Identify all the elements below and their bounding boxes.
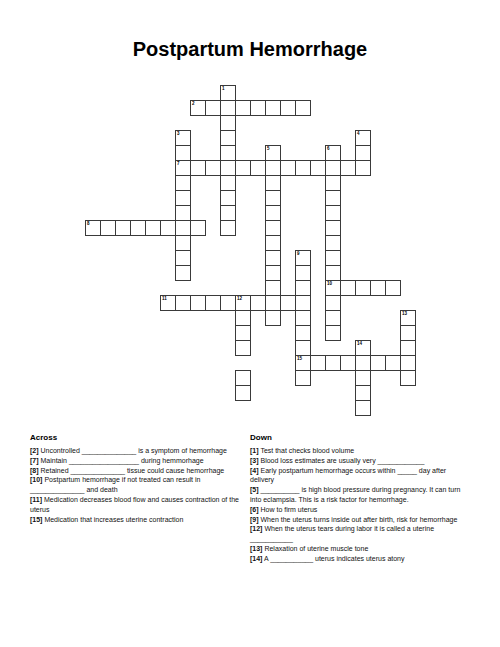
grid-cell-r5c15[interactable] [310,160,326,176]
grid-cell-r14c11[interactable] [250,295,266,311]
down-clue-number-label: [13] [250,545,262,552]
grid-cell-r5c6[interactable]: 7 [175,160,191,176]
grid-cell-r9c9[interactable] [220,220,236,236]
across-clue-7: [7] Maintain __________________ during h… [30,456,249,466]
clue-number-13: 13 [402,311,407,317]
down-clue-number-label: [4] [250,467,259,474]
grid-cell-r9c3[interactable] [130,220,146,236]
grid-cell-r4c9[interactable] [220,145,236,161]
grid-cell-r1c8[interactable] [205,100,221,116]
grid-cell-r9c2[interactable] [115,220,131,236]
grid-cell-r6c12[interactable] [265,175,281,191]
clue-number-3: 3 [177,131,180,137]
down-clue-9: [9] When the uterus turns inside out aft… [250,515,472,525]
grid-cell-r12c6[interactable] [175,265,191,281]
grid-cell-r6c16[interactable] [325,175,341,191]
grid-cell-r6c6[interactable] [175,175,191,191]
clue-number-5: 5 [267,146,270,152]
grid-cell-r20c10[interactable] [235,385,251,401]
down-header: Down [250,433,472,442]
grid-cell-r12c12[interactable] [265,265,281,281]
down-clue-number-label: [14] [250,555,262,562]
grid-cell-r13c14[interactable] [295,280,311,296]
grid-cell-r1c11[interactable] [250,100,266,116]
grid-cell-r18c17[interactable] [340,355,356,371]
across-clues-section: Across [2] Uncontrolled ______________ i… [30,433,249,524]
grid-cell-r17c14[interactable] [295,340,311,356]
grid-cell-r14c9[interactable] [220,295,236,311]
grid-cell-r9c16[interactable] [325,220,341,236]
grid-cell-r10c16[interactable] [325,235,341,251]
grid-cell-r17c18[interactable]: 14 [355,340,371,356]
grid-cell-r18c21[interactable] [400,355,416,371]
grid-cell-r10c6[interactable] [175,235,191,251]
grid-cell-r5c11[interactable] [250,160,266,176]
grid-cell-r9c0[interactable]: 8 [85,220,101,236]
clue-number-14: 14 [357,341,362,347]
across-clue-8: [8] Retained ______________ tissue could… [30,466,249,476]
grid-cell-r9c12[interactable] [265,220,281,236]
grid-cell-r9c1[interactable] [100,220,116,236]
grid-cell-r4c12[interactable]: 5 [265,145,281,161]
grid-cell-r13c17[interactable] [340,280,356,296]
grid-cell-r15c21[interactable]: 13 [400,310,416,326]
grid-cell-r7c9[interactable] [220,190,236,206]
grid-cell-r5c12[interactable] [265,160,281,176]
clue-number-2: 2 [192,101,195,107]
across-clue-10: [10] Postpartum hemorrhage if not treate… [30,475,249,495]
grid-cell-r8c9[interactable] [220,205,236,221]
down-clue-5: [5] __________ is high blood pressure du… [250,485,472,505]
grid-cell-r15c10[interactable] [235,310,251,326]
grid-cell-r5c10[interactable] [235,160,251,176]
grid-cell-r7c6[interactable] [175,190,191,206]
grid-cell-r14c12[interactable] [265,295,281,311]
grid-cell-r18c18[interactable] [355,355,371,371]
grid-cell-r5c13[interactable] [280,160,296,176]
down-clue-6: [6] How to firm uterus [250,505,472,515]
across-clue-number-label: [10] [30,476,42,483]
grid-cell-r5c9[interactable] [220,160,236,176]
down-clue-number-label: [3] [250,457,259,464]
clue-number-8: 8 [87,221,90,227]
grid-cell-r17c10[interactable] [235,340,251,356]
grid-cell-r3c6[interactable]: 3 [175,130,191,146]
grid-cell-r3c18[interactable]: 4 [355,130,371,146]
crossword-grid[interactable]: 123456789101112131415 [85,85,417,417]
clue-number-6: 6 [327,146,330,152]
grid-cell-r18c16[interactable] [325,355,341,371]
clue-number-11: 11 [162,296,167,302]
grid-cell-r11c12[interactable] [265,250,281,266]
grid-cell-r14c16[interactable] [325,295,341,311]
across-clue-list: [2] Uncontrolled ______________ is a sym… [30,446,249,524]
clue-number-7: 7 [177,161,180,167]
grid-cell-r1c12[interactable] [265,100,281,116]
grid-cell-r18c14[interactable]: 15 [295,355,311,371]
puzzle-title: Postpartum Hemorrhage [0,38,500,61]
grid-cell-r10c12[interactable] [265,235,281,251]
grid-cell-r15c12[interactable] [265,310,281,326]
grid-cell-r3c9[interactable] [220,130,236,146]
down-clue-3: [3] Blood loss estimates are usually ver… [250,456,472,466]
grid-cell-r18c20[interactable] [385,355,401,371]
grid-cell-r5c16[interactable] [325,160,341,176]
down-clue-1: [1] Test that checks blood volume [250,446,472,456]
grid-cell-r17c21[interactable] [400,340,416,356]
across-clue-number-label: [7] [30,457,39,464]
grid-cell-r11c6[interactable] [175,250,191,266]
clue-number-9: 9 [297,251,300,257]
across-clue-15: [15] Medication that increases uterine c… [30,515,249,525]
down-clue-list: [1] Test that checks blood volume[3] Blo… [250,446,472,564]
grid-cell-r9c5[interactable] [160,220,176,236]
grid-cell-r13c12[interactable] [265,280,281,296]
grid-cell-r1c9[interactable] [220,100,236,116]
grid-cell-r0c9[interactable]: 1 [220,85,236,101]
grid-cell-r1c7[interactable]: 2 [190,100,206,116]
grid-cell-r18c15[interactable] [310,355,326,371]
grid-cell-r13c16[interactable]: 10 [325,280,341,296]
clue-number-15: 15 [297,356,302,362]
down-clue-13: [13] Relaxation of uterine muscle tone [250,544,472,554]
grid-cell-r1c14[interactable] [295,100,311,116]
down-clue-4: [4] Early postpartum hemorrhage occurs w… [250,466,472,486]
grid-cell-r5c17[interactable] [340,160,356,176]
grid-cell-r14c8[interactable] [205,295,221,311]
across-clue-number-label: [15] [30,516,42,523]
grid-cell-r4c16[interactable]: 6 [325,145,341,161]
grid-cell-r9c7[interactable] [190,220,206,236]
grid-cell-r13c19[interactable] [370,280,386,296]
grid-cell-r16c16[interactable] [325,325,341,341]
grid-cell-r5c8[interactable] [205,160,221,176]
grid-cell-r14c6[interactable] [175,295,191,311]
down-clue-number-label: [9] [250,516,259,523]
grid-cell-r12c14[interactable] [295,265,311,281]
grid-cell-r1c13[interactable] [280,100,296,116]
crossword-worksheet: Postpartum Hemorrhage 123456789101112131… [0,0,500,647]
grid-cell-r16c21[interactable] [400,325,416,341]
grid-cell-r19c21[interactable] [400,370,416,386]
grid-cell-r7c16[interactable] [325,190,341,206]
clue-number-4: 4 [357,131,360,137]
grid-cell-r4c18[interactable] [355,145,371,161]
grid-cell-r15c16[interactable] [325,310,341,326]
clue-number-1: 1 [222,86,225,92]
grid-cell-r14c7[interactable] [190,295,206,311]
across-clue-2: [2] Uncontrolled ______________ is a sym… [30,446,249,456]
grid-cell-r13c20[interactable] [385,280,401,296]
grid-cell-r4c6[interactable] [175,145,191,161]
grid-cell-r1c10[interactable] [235,100,251,116]
grid-cell-r5c7[interactable] [190,160,206,176]
grid-cell-r11c16[interactable] [325,250,341,266]
grid-cell-r16c14[interactable] [295,325,311,341]
clue-number-12: 12 [237,296,242,302]
across-header: Across [30,433,249,442]
across-clue-number-label: [8] [30,467,39,474]
grid-cell-r18c19[interactable] [370,355,386,371]
down-clue-number-label: [1] [250,447,259,454]
grid-cell-r20c18[interactable] [355,385,371,401]
grid-cell-r19c18[interactable] [355,370,371,386]
down-clue-14: [14] A ___________ uterus indicates uter… [250,554,472,564]
grid-cell-r6c9[interactable] [220,175,236,191]
grid-cell-r14c13[interactable] [280,295,296,311]
grid-cell-r8c12[interactable] [265,205,281,221]
grid-cell-r2c9[interactable] [220,115,236,131]
grid-cell-r14c10[interactable]: 12 [235,295,251,311]
grid-cell-r9c6[interactable] [175,220,191,236]
clue-number-10: 10 [327,281,332,287]
grid-cell-r19c10[interactable] [235,370,251,386]
grid-cell-r11c14[interactable]: 9 [295,250,311,266]
across-clue-number-label: [2] [30,447,39,454]
down-clue-number-label: [6] [250,506,259,513]
down-clue-number-label: [5] [250,486,259,493]
grid-cell-r21c18[interactable] [355,400,371,416]
grid-cell-r5c18[interactable] [355,160,371,176]
grid-cell-r16c10[interactable] [235,325,251,341]
down-clues-section: Down [1] Test that checks blood volume[3… [250,433,472,564]
grid-cell-r14c5[interactable]: 11 [160,295,176,311]
grid-cell-r8c16[interactable] [325,205,341,221]
grid-cell-r9c4[interactable] [145,220,161,236]
grid-cell-r8c6[interactable] [175,205,191,221]
across-clue-11: [11] Medication decreases blood flow and… [30,495,249,515]
grid-cell-r7c12[interactable] [265,190,281,206]
grid-cell-r13c18[interactable] [355,280,371,296]
grid-cell-r12c16[interactable] [325,265,341,281]
grid-cell-r5c14[interactable] [295,160,311,176]
across-clue-number-label: [11] [30,496,42,503]
grid-cell-r19c14[interactable] [295,370,311,386]
down-clue-number-label: [12] [250,525,262,532]
grid-cell-r15c14[interactable] [295,310,311,326]
grid-cell-r14c14[interactable] [295,295,311,311]
down-clue-12: [12] When the uterus tears during labor … [250,524,472,544]
